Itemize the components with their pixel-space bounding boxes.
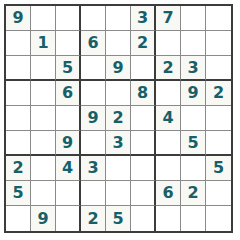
cell-r4c9: 2 <box>206 81 231 106</box>
cell-r8c8: 2 <box>181 181 206 206</box>
cell-r3c9[interactable] <box>206 56 231 81</box>
cell-r2c6: 2 <box>131 31 156 56</box>
cell-r1c8[interactable] <box>181 6 206 31</box>
cell-r7c1: 2 <box>6 156 31 181</box>
cell-r5c5: 2 <box>106 106 131 131</box>
cell-r7c2[interactable] <box>31 156 56 181</box>
cell-r3c7: 2 <box>156 56 181 81</box>
cell-r7c8[interactable] <box>181 156 206 181</box>
cell-r3c1[interactable] <box>6 56 31 81</box>
cell-r2c4: 6 <box>81 31 106 56</box>
cell-r6c9[interactable] <box>206 131 231 156</box>
cell-r9c8[interactable] <box>181 206 206 231</box>
cell-r2c9[interactable] <box>206 31 231 56</box>
sudoku-board-wrapper: 937162592368929249352435562925 <box>0 0 237 237</box>
cell-r7c4: 3 <box>81 156 106 181</box>
cell-r4c3: 6 <box>56 81 81 106</box>
cell-r5c7: 4 <box>156 106 181 131</box>
cell-r2c2: 1 <box>31 31 56 56</box>
cell-r7c7[interactable] <box>156 156 181 181</box>
cell-r1c1: 9 <box>6 6 31 31</box>
cell-r1c9[interactable] <box>206 6 231 31</box>
cell-r1c4[interactable] <box>81 6 106 31</box>
cell-r8c7: 6 <box>156 181 181 206</box>
cell-r1c7: 7 <box>156 6 181 31</box>
cell-r2c7[interactable] <box>156 31 181 56</box>
cell-r4c2[interactable] <box>31 81 56 106</box>
cell-r9c3[interactable] <box>56 206 81 231</box>
cell-r3c2[interactable] <box>31 56 56 81</box>
cell-r6c2[interactable] <box>31 131 56 156</box>
cell-r6c4[interactable] <box>81 131 106 156</box>
cell-r7c9: 5 <box>206 156 231 181</box>
cell-r9c6[interactable] <box>131 206 156 231</box>
cell-r8c4[interactable] <box>81 181 106 206</box>
cell-r6c7[interactable] <box>156 131 181 156</box>
cell-r9c5: 5 <box>106 206 131 231</box>
cell-r3c8: 3 <box>181 56 206 81</box>
cell-r9c7[interactable] <box>156 206 181 231</box>
cell-r3c3: 5 <box>56 56 81 81</box>
cell-r9c4: 2 <box>81 206 106 231</box>
cell-r9c2: 9 <box>31 206 56 231</box>
cell-r4c4[interactable] <box>81 81 106 106</box>
cell-r7c3: 4 <box>56 156 81 181</box>
cell-r8c3[interactable] <box>56 181 81 206</box>
cell-r3c6[interactable] <box>131 56 156 81</box>
cell-r5c3[interactable] <box>56 106 81 131</box>
cell-r2c3[interactable] <box>56 31 81 56</box>
cell-r6c6[interactable] <box>131 131 156 156</box>
cell-r7c6[interactable] <box>131 156 156 181</box>
cell-r1c5[interactable] <box>106 6 131 31</box>
cell-r5c2[interactable] <box>31 106 56 131</box>
sudoku-board: 937162592368929249352435562925 <box>4 4 233 233</box>
cell-r3c5: 9 <box>106 56 131 81</box>
cell-r9c9[interactable] <box>206 206 231 231</box>
cell-r5c8[interactable] <box>181 106 206 131</box>
cell-r8c5[interactable] <box>106 181 131 206</box>
cell-r6c1[interactable] <box>6 131 31 156</box>
cell-r1c3[interactable] <box>56 6 81 31</box>
cell-r7c5[interactable] <box>106 156 131 181</box>
cell-r5c1[interactable] <box>6 106 31 131</box>
cell-r8c1: 5 <box>6 181 31 206</box>
cell-r8c2[interactable] <box>31 181 56 206</box>
cell-r4c1[interactable] <box>6 81 31 106</box>
cell-r4c7[interactable] <box>156 81 181 106</box>
cell-r1c6: 3 <box>131 6 156 31</box>
cell-r2c8[interactable] <box>181 31 206 56</box>
cell-r4c6: 8 <box>131 81 156 106</box>
cell-r3c4[interactable] <box>81 56 106 81</box>
cell-r4c5[interactable] <box>106 81 131 106</box>
cell-r8c6[interactable] <box>131 181 156 206</box>
cell-r9c1[interactable] <box>6 206 31 231</box>
cell-r5c4: 9 <box>81 106 106 131</box>
cell-r1c2[interactable] <box>31 6 56 31</box>
cell-r6c8: 5 <box>181 131 206 156</box>
cell-r2c5[interactable] <box>106 31 131 56</box>
cell-r2c1[interactable] <box>6 31 31 56</box>
cell-r5c9[interactable] <box>206 106 231 131</box>
cell-r6c5: 3 <box>106 131 131 156</box>
cell-r6c3: 9 <box>56 131 81 156</box>
cell-r8c9[interactable] <box>206 181 231 206</box>
cell-r4c8: 9 <box>181 81 206 106</box>
cell-r5c6[interactable] <box>131 106 156 131</box>
